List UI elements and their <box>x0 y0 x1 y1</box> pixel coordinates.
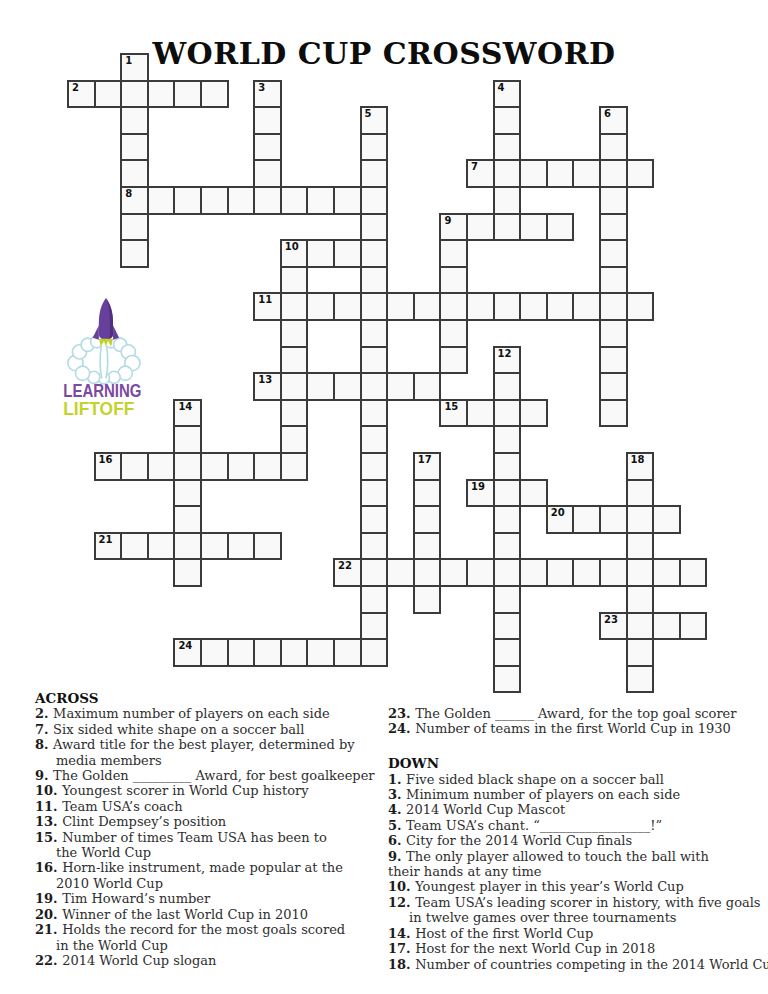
cell-number: 24 <box>178 640 192 652</box>
grid-cell[interactable] <box>386 372 415 401</box>
grid-cell[interactable] <box>466 399 495 428</box>
cell-number: 7 <box>471 161 478 173</box>
clue-line: in twelve games over three tournaments <box>388 910 768 925</box>
clue-number: 22. <box>35 953 62 968</box>
grid-cell[interactable] <box>280 319 309 348</box>
grid-cell[interactable] <box>652 558 681 587</box>
cell-number: 19 <box>471 481 485 493</box>
grid-cell[interactable]: 4 <box>493 80 522 109</box>
clue-section-header: DOWN <box>388 756 768 771</box>
cell-number: 13 <box>258 374 272 386</box>
grid-cell[interactable] <box>493 213 522 242</box>
grid-cell[interactable] <box>439 319 468 348</box>
grid-cell[interactable] <box>413 532 442 561</box>
grid-cell[interactable] <box>413 479 442 508</box>
grid-cell[interactable] <box>120 452 149 481</box>
grid-cell[interactable] <box>227 638 256 667</box>
cell-number: 8 <box>125 188 132 200</box>
clue-line: 11. Team USA’s coach <box>35 799 375 814</box>
grid-cell[interactable] <box>200 186 229 215</box>
grid-cell[interactable] <box>360 612 389 641</box>
grid-cell[interactable] <box>466 213 495 242</box>
grid-cell[interactable] <box>360 558 389 587</box>
clue-line: 20. Winner of the last World Cup in 2010 <box>35 907 375 922</box>
grid-cell[interactable] <box>227 186 256 215</box>
grid-cell[interactable] <box>306 638 335 667</box>
clue-line: 23. The Golden ______ Award, for the top… <box>388 706 768 721</box>
grid-cell[interactable] <box>227 452 256 481</box>
clue-number: 10. <box>388 879 415 894</box>
grid-cell[interactable] <box>519 292 548 321</box>
grid-cell[interactable] <box>360 266 389 295</box>
cell-number: 14 <box>178 401 192 413</box>
worksheet-page: { "title": "WORLD CUP CROSSWORD", "game"… <box>0 0 768 994</box>
grid-cell[interactable] <box>147 452 176 481</box>
grid-cell[interactable] <box>599 346 628 375</box>
grid-cell[interactable] <box>280 186 309 215</box>
grid-cell[interactable] <box>386 558 415 587</box>
grid-cell[interactable]: 19 <box>466 479 495 508</box>
clue-line: 10. Youngest player in this year’s World… <box>388 879 768 894</box>
grid-cell[interactable] <box>493 612 522 641</box>
clue-line: 12. Team USA’s leading scorer in history… <box>388 895 768 910</box>
grid-cell[interactable] <box>94 80 123 109</box>
grid-cell[interactable] <box>360 452 389 481</box>
clue-line: 4. 2014 World Cup Mascot <box>388 802 768 817</box>
cell-number: 11 <box>258 294 272 306</box>
grid-cell[interactable] <box>439 558 468 587</box>
grid-cell[interactable] <box>493 479 522 508</box>
grid-cell[interactable]: 7 <box>466 159 495 188</box>
clue-line: 19. Tim Howard’s number <box>35 891 375 906</box>
grid-cell[interactable]: 11 <box>253 292 282 321</box>
grid-cell[interactable] <box>253 159 282 188</box>
grid-cell[interactable] <box>173 532 202 561</box>
grid-cell[interactable] <box>519 159 548 188</box>
clue-number: 2. <box>35 706 53 721</box>
grid-cell[interactable] <box>333 186 362 215</box>
grid-cell[interactable] <box>493 372 522 401</box>
grid-cell[interactable] <box>280 266 309 295</box>
clue-line: media members <box>35 753 375 768</box>
clue-line: 21. Holds the record for the most goals … <box>35 922 375 937</box>
grid-cell[interactable] <box>572 159 601 188</box>
grid-cell[interactable] <box>360 532 389 561</box>
grid-cell[interactable] <box>626 665 655 694</box>
grid-cell[interactable] <box>360 479 389 508</box>
clue-line: 6. City for the 2014 World Cup finals <box>388 833 768 848</box>
grid-cell[interactable] <box>493 159 522 188</box>
grid-cell[interactable] <box>493 638 522 667</box>
grid-cell[interactable]: 13 <box>253 372 282 401</box>
grid-cell[interactable] <box>360 505 389 534</box>
grid-cell[interactable] <box>546 292 575 321</box>
clue-line: the World Cup <box>35 845 375 860</box>
grid-cell[interactable] <box>360 239 389 268</box>
clue-number: 9. <box>35 768 53 783</box>
grid-cell[interactable] <box>493 532 522 561</box>
grid-cell[interactable] <box>280 452 309 481</box>
grid-cell[interactable] <box>280 399 309 428</box>
grid-cell[interactable] <box>599 239 628 268</box>
clue-line: 13. Clint Dempsey’s position <box>35 814 375 829</box>
grid-cell[interactable] <box>280 425 309 454</box>
cell-number: 3 <box>258 82 265 94</box>
grid-cell[interactable] <box>626 612 655 641</box>
grid-cell[interactable] <box>626 638 655 667</box>
grid-cell[interactable] <box>253 638 282 667</box>
clue-number: 19. <box>35 891 62 906</box>
grid-cell[interactable] <box>333 292 362 321</box>
grid-cell[interactable] <box>413 292 442 321</box>
clues-right-column: 23. The Golden ______ Award, for the top… <box>388 706 768 972</box>
grid-cell[interactable] <box>493 425 522 454</box>
clue-number: 16. <box>35 860 62 875</box>
grid-cell[interactable] <box>626 558 655 587</box>
grid-cell[interactable]: 18 <box>626 452 655 481</box>
clue-section-header: ACROSS <box>35 691 375 706</box>
cell-number: 6 <box>604 108 611 120</box>
grid-cell[interactable] <box>626 479 655 508</box>
grid-cell[interactable] <box>360 585 389 614</box>
grid-cell[interactable] <box>147 532 176 561</box>
clue-number: 9. <box>388 849 406 864</box>
cell-number: 5 <box>365 108 372 120</box>
grid-cell[interactable] <box>386 292 415 321</box>
grid-cell[interactable] <box>253 106 282 135</box>
learning-liftoff-logo: LEARNING LIFTOFF <box>60 296 160 420</box>
grid-cell[interactable] <box>120 106 149 135</box>
brain-icon <box>68 336 140 384</box>
clue-line: 22. 2014 World Cup slogan <box>35 953 375 968</box>
grid-cell[interactable]: 6 <box>599 106 628 135</box>
grid-cell[interactable] <box>413 558 442 587</box>
grid-cell[interactable] <box>306 372 335 401</box>
grid-cell[interactable] <box>200 532 229 561</box>
grid-cell[interactable] <box>280 638 309 667</box>
grid-cell[interactable]: 5 <box>360 106 389 135</box>
grid-cell[interactable] <box>519 558 548 587</box>
grid-cell[interactable] <box>546 159 575 188</box>
clue-line: 15. Number of times Team USA has been to <box>35 830 375 845</box>
grid-cell[interactable] <box>147 80 176 109</box>
grid-cell[interactable]: 8 <box>120 186 149 215</box>
grid-cell[interactable]: 1 <box>120 53 149 82</box>
grid-cell[interactable] <box>599 213 628 242</box>
grid-cell[interactable] <box>493 585 522 614</box>
grid-cell[interactable] <box>652 612 681 641</box>
logo-text-learning: LEARNING <box>63 381 141 401</box>
grid-cell[interactable] <box>173 425 202 454</box>
clue-number: 15. <box>35 830 62 845</box>
grid-cell[interactable] <box>253 532 282 561</box>
grid-cell[interactable] <box>599 372 628 401</box>
grid-cell[interactable]: 9 <box>439 213 468 242</box>
clue-line: their hands at any time <box>388 864 768 879</box>
grid-cell[interactable] <box>572 558 601 587</box>
grid-cell[interactable] <box>306 239 335 268</box>
cell-number: 2 <box>72 82 79 94</box>
grid-cell[interactable] <box>599 558 628 587</box>
grid-cell[interactable] <box>253 133 282 162</box>
cell-number: 9 <box>444 215 451 227</box>
clue-line: 18. Number of countries competing in the… <box>388 957 768 972</box>
clue-number: 23. <box>388 706 415 721</box>
grid-cell[interactable] <box>360 186 389 215</box>
grid-cell[interactable] <box>333 239 362 268</box>
grid-cell[interactable] <box>360 292 389 321</box>
grid-cell[interactable] <box>333 638 362 667</box>
grid-cell[interactable] <box>572 292 601 321</box>
clue-line: 10. Youngest scorer in World Cup history <box>35 783 375 798</box>
grid-cell[interactable] <box>519 479 548 508</box>
cell-number: 15 <box>444 401 458 413</box>
grid-cell[interactable] <box>333 372 362 401</box>
clue-number: 1. <box>388 772 406 787</box>
grid-cell[interactable]: 14 <box>173 399 202 428</box>
clue-number: 13. <box>35 814 62 829</box>
grid-cell[interactable] <box>413 585 442 614</box>
grid-cell[interactable] <box>253 452 282 481</box>
grid-cell[interactable]: 10 <box>280 239 309 268</box>
grid-cell[interactable] <box>493 558 522 587</box>
grid-cell[interactable] <box>173 505 202 534</box>
grid-cell[interactable] <box>439 292 468 321</box>
grid-cell[interactable] <box>360 159 389 188</box>
grid-cell[interactable] <box>280 372 309 401</box>
grid-cell[interactable]: 3 <box>253 80 282 109</box>
clue-line: 2. Maximum number of players on each sid… <box>35 706 375 721</box>
cell-number: 1 <box>125 55 132 67</box>
clue-number: 17. <box>388 941 415 956</box>
grid-cell[interactable] <box>120 80 149 109</box>
clue-line: 16. Horn-like instrument, made popular a… <box>35 860 375 875</box>
grid-cell[interactable] <box>493 186 522 215</box>
grid-cell[interactable] <box>493 292 522 321</box>
grid-cell[interactable] <box>173 80 202 109</box>
grid-cell[interactable] <box>413 505 442 534</box>
cell-number: 23 <box>604 614 618 626</box>
clue-line: 2010 World Cup <box>35 876 375 891</box>
clue-line: 5. Team USA’s chant. “_________________!… <box>388 818 768 833</box>
clue-number: 6. <box>388 833 406 848</box>
grid-cell[interactable] <box>306 186 335 215</box>
cell-number: 21 <box>99 534 113 546</box>
grid-cell[interactable] <box>120 239 149 268</box>
grid-cell[interactable] <box>200 80 229 109</box>
grid-cell[interactable] <box>493 133 522 162</box>
grid-cell[interactable] <box>626 159 655 188</box>
clue-number: 14. <box>388 926 415 941</box>
clue-number: 8. <box>35 737 53 752</box>
clue-number: 7. <box>35 722 53 737</box>
grid-cell[interactable] <box>360 372 389 401</box>
clue-number: 12. <box>388 895 415 910</box>
grid-cell[interactable] <box>147 186 176 215</box>
grid-cell[interactable]: 24 <box>173 638 202 667</box>
clue-line <box>388 737 768 752</box>
grid-cell[interactable]: 22 <box>333 558 362 587</box>
grid-cell[interactable] <box>280 292 309 321</box>
clue-number: 11. <box>35 799 62 814</box>
grid-cell[interactable]: 20 <box>546 505 575 534</box>
grid-cell[interactable] <box>173 479 202 508</box>
clues-left-column: ACROSS2. Maximum number of players on ea… <box>35 691 375 968</box>
clue-line: 9. The only player allowed to touch the … <box>388 849 768 864</box>
clue-line: 8. Award title for the best player, dete… <box>35 737 375 752</box>
crossword-grid: 123456789101112131415161718192021222324 <box>67 53 707 693</box>
grid-cell[interactable] <box>360 319 389 348</box>
grid-cell[interactable] <box>360 346 389 375</box>
cell-number: 12 <box>498 348 512 360</box>
grid-cell[interactable] <box>439 239 468 268</box>
grid-cell[interactable] <box>493 452 522 481</box>
clue-line: 17. Host for the next World Cup in 2018 <box>388 941 768 956</box>
grid-cell[interactable] <box>173 452 202 481</box>
grid-cell[interactable]: 17 <box>413 452 442 481</box>
clue-number: 18. <box>388 957 415 972</box>
grid-cell[interactable] <box>439 346 468 375</box>
clue-line: in the World Cup <box>35 938 375 953</box>
cell-number: 16 <box>99 454 113 466</box>
grid-cell[interactable]: 15 <box>439 399 468 428</box>
grid-cell[interactable] <box>360 133 389 162</box>
grid-cell[interactable] <box>519 399 548 428</box>
cell-number: 18 <box>631 454 645 466</box>
grid-cell[interactable] <box>360 638 389 667</box>
clue-line: 24. Number of teams in the first World C… <box>388 721 768 736</box>
grid-cell[interactable] <box>360 425 389 454</box>
clue-line: 3. Minimum number of players on each sid… <box>388 787 768 802</box>
grid-cell[interactable] <box>439 266 468 295</box>
clue-line: 7. Six sided white shape on a soccer bal… <box>35 722 375 737</box>
clue-number: 3. <box>388 787 406 802</box>
cell-number: 4 <box>498 82 505 94</box>
grid-cell[interactable] <box>466 558 495 587</box>
clue-line: 9. The Golden _________ Award, for best … <box>35 768 375 783</box>
grid-cell[interactable]: 23 <box>599 612 628 641</box>
clue-number: 4. <box>388 802 406 817</box>
grid-cell[interactable]: 16 <box>94 452 123 481</box>
grid-cell[interactable]: 2 <box>67 80 96 109</box>
grid-cell[interactable] <box>120 213 149 242</box>
grid-cell[interactable] <box>493 399 522 428</box>
grid-cell[interactable] <box>253 186 282 215</box>
grid-cell[interactable] <box>599 399 628 428</box>
grid-cell[interactable] <box>599 319 628 348</box>
grid-cell[interactable] <box>626 505 655 534</box>
grid-cell[interactable] <box>599 292 628 321</box>
grid-cell[interactable] <box>306 292 335 321</box>
clue-line: 14. Host of the first World Cup <box>388 926 768 941</box>
grid-cell[interactable] <box>200 638 229 667</box>
grid-cell[interactable] <box>572 505 601 534</box>
logo-text-liftoff: LIFTOFF <box>63 399 134 419</box>
grid-cell[interactable] <box>599 186 628 215</box>
grid-cell[interactable] <box>120 133 149 162</box>
grid-cell[interactable] <box>599 159 628 188</box>
grid-cell[interactable] <box>599 133 628 162</box>
grid-cell[interactable] <box>493 665 522 694</box>
grid-cell[interactable] <box>679 612 708 641</box>
grid-cell[interactable] <box>173 558 202 587</box>
grid-cell[interactable] <box>626 585 655 614</box>
grid-cell[interactable] <box>679 558 708 587</box>
grid-cell[interactable] <box>360 213 389 242</box>
grid-cell[interactable] <box>493 505 522 534</box>
grid-cell[interactable] <box>173 186 202 215</box>
grid-cell[interactable]: 12 <box>493 346 522 375</box>
clue-number: 21. <box>35 922 62 937</box>
grid-cell[interactable] <box>227 532 256 561</box>
grid-cell[interactable] <box>120 159 149 188</box>
grid-cell[interactable] <box>413 372 442 401</box>
cell-number: 17 <box>418 454 432 466</box>
grid-cell[interactable] <box>599 266 628 295</box>
grid-cell[interactable] <box>360 399 389 428</box>
grid-cell[interactable] <box>652 505 681 534</box>
grid-cell[interactable]: 21 <box>94 532 123 561</box>
clue-number: 24. <box>388 721 415 736</box>
grid-cell[interactable] <box>546 213 575 242</box>
cell-number: 20 <box>551 507 565 519</box>
cell-number: 22 <box>338 560 352 572</box>
grid-cell[interactable] <box>546 558 575 587</box>
grid-cell[interactable] <box>120 532 149 561</box>
clue-number: 10. <box>35 783 62 798</box>
cell-number: 10 <box>285 241 299 253</box>
grid-cell[interactable] <box>200 452 229 481</box>
grid-cell[interactable] <box>626 532 655 561</box>
clue-line: 1. Five sided black shape on a soccer ba… <box>388 772 768 787</box>
clue-number: 5. <box>388 818 406 833</box>
grid-cell[interactable] <box>626 292 655 321</box>
grid-cell[interactable] <box>466 292 495 321</box>
grid-cell[interactable] <box>280 346 309 375</box>
grid-cell[interactable] <box>519 213 548 242</box>
clue-number: 20. <box>35 907 62 922</box>
grid-cell[interactable] <box>493 106 522 135</box>
grid-cell[interactable] <box>599 505 628 534</box>
